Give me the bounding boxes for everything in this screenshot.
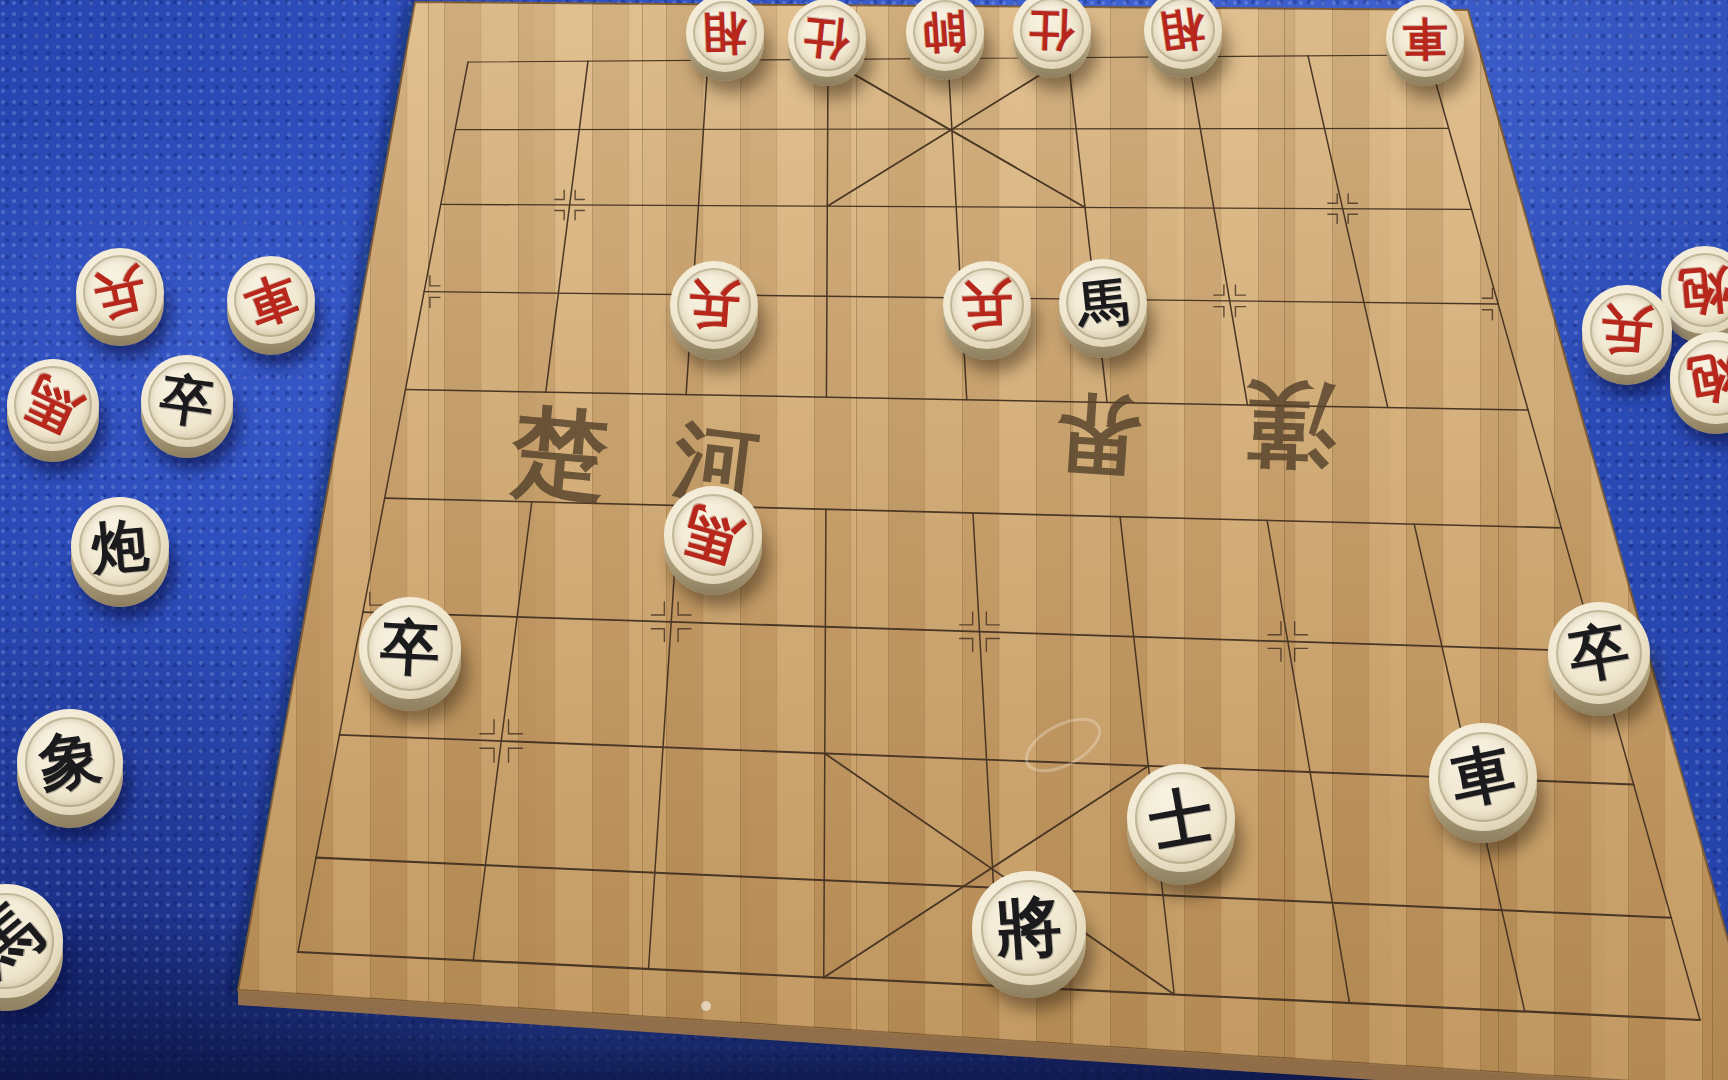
piece-glyph: 兵 (667, 258, 761, 352)
piece-glyph: 相 (685, 0, 765, 73)
piece-glyph: 車 (215, 244, 328, 357)
piece-face: 兵 (943, 261, 1031, 349)
piece-face: 兵 (670, 261, 758, 349)
photo-stage: 楚河界漢 仕相帥相仕車炮兵車馬兵兵兵炮卒馬馬炮卒卒象車士將馬 (0, 0, 1728, 1080)
piece-red-車-captured[interactable]: 車 (227, 256, 315, 355)
river-label-2: 界 (1052, 382, 1146, 489)
piece-glyph: 炮 (1663, 325, 1728, 431)
piece-black-卒-a4[interactable]: 卒 (359, 597, 461, 711)
piece-glyph: 帥 (904, 0, 986, 73)
piece-black-馬-f7[interactable]: 馬 (1059, 259, 1147, 358)
piece-red-兵-e7[interactable]: 兵 (943, 261, 1031, 360)
piece-red-相-c10[interactable]: 相 (686, 0, 763, 81)
piece-face: 相 (686, 0, 763, 72)
piece-face: 卒 (141, 355, 233, 447)
piece-glyph: 象 (10, 702, 130, 822)
piece-face: 兵 (1582, 285, 1671, 374)
piece-red-馬-c4[interactable]: 馬 (664, 486, 761, 595)
piece-face: 象 (17, 709, 123, 815)
piece-red-兵-captured[interactable]: 兵 (1582, 285, 1671, 385)
piece-glyph: 馬 (1055, 255, 1152, 352)
piece-glyph: 炮 (67, 493, 173, 599)
piece-glyph: 士 (1118, 755, 1244, 881)
piece-face: 士 (1127, 764, 1236, 873)
piece-glyph: 兵 (941, 259, 1032, 350)
piece-black-將-e1[interactable]: 將 (972, 871, 1085, 998)
piece-glyph: 仕 (784, 0, 869, 81)
piece-red-車-i10[interactable]: 車 (1386, 0, 1464, 86)
piece-face: 馬 (664, 486, 761, 583)
piece-face: 帥 (906, 0, 983, 71)
piece-glyph: 車 (1419, 713, 1546, 840)
piece-face: 馬 (1059, 259, 1147, 347)
piece-face: 卒 (359, 597, 461, 699)
piece-face: 車 (1429, 723, 1536, 830)
piece-glyph: 車 (1386, 0, 1465, 77)
piece-face: 炮 (71, 497, 169, 595)
piece-black-卒-i4[interactable]: 卒 (1548, 602, 1650, 716)
piece-face: 仕 (1013, 0, 1090, 69)
piece-face: 車 (1386, 0, 1464, 77)
piece-face: 仕 (788, 0, 866, 77)
piece-glyph: 兵 (1579, 282, 1676, 379)
piece-red-炮-captured[interactable]: 炮 (1670, 332, 1728, 434)
piece-black-車-h3[interactable]: 車 (1429, 723, 1536, 843)
piece-black-士-e2[interactable]: 士 (1127, 764, 1236, 886)
piece-red-兵-c7[interactable]: 兵 (670, 261, 758, 360)
piece-glyph: 馬 (0, 344, 114, 467)
piece-glyph: 相 (1139, 0, 1226, 74)
piece-glyph: 將 (969, 868, 1090, 989)
xiangqi-board[interactable]: 楚河界漢 (0, 0, 1728, 1080)
piece-face: 炮 (1670, 332, 1728, 423)
piece-red-馬-captured[interactable]: 馬 (7, 359, 99, 462)
river-label-0: 楚 (506, 393, 612, 514)
piece-face: 相 (1144, 0, 1221, 69)
speck (701, 1001, 711, 1011)
piece-glyph: 仕 (1012, 0, 1092, 70)
piece-red-兵-captured[interactable]: 兵 (76, 248, 164, 346)
piece-black-象-captured[interactable]: 象 (17, 709, 123, 828)
piece-face: 將 (972, 871, 1085, 984)
piece-face: 馬 (7, 359, 99, 451)
piece-glyph: 兵 (68, 240, 172, 344)
piece-face: 卒 (1548, 602, 1650, 704)
piece-glyph: 卒 (1540, 594, 1658, 712)
river-label-3: 漢 (1242, 369, 1339, 480)
piece-black-卒-captured[interactable]: 卒 (141, 355, 233, 458)
piece-red-仕-f10[interactable]: 仕 (1013, 0, 1090, 78)
piece-red-帥-e10[interactable]: 帥 (906, 0, 983, 80)
piece-face: 車 (227, 256, 315, 344)
piece-black-炮-captured[interactable]: 炮 (71, 497, 169, 607)
piece-face: 兵 (76, 248, 164, 336)
piece-red-仕-d10[interactable]: 仕 (788, 0, 866, 86)
piece-red-相-g10[interactable]: 相 (1144, 0, 1221, 78)
piece-glyph: 卒 (356, 594, 463, 701)
piece-glyph: 馬 (653, 475, 773, 595)
piece-black-馬-captured[interactable]: 馬 (0, 884, 63, 1011)
piece-glyph: 卒 (135, 349, 239, 453)
